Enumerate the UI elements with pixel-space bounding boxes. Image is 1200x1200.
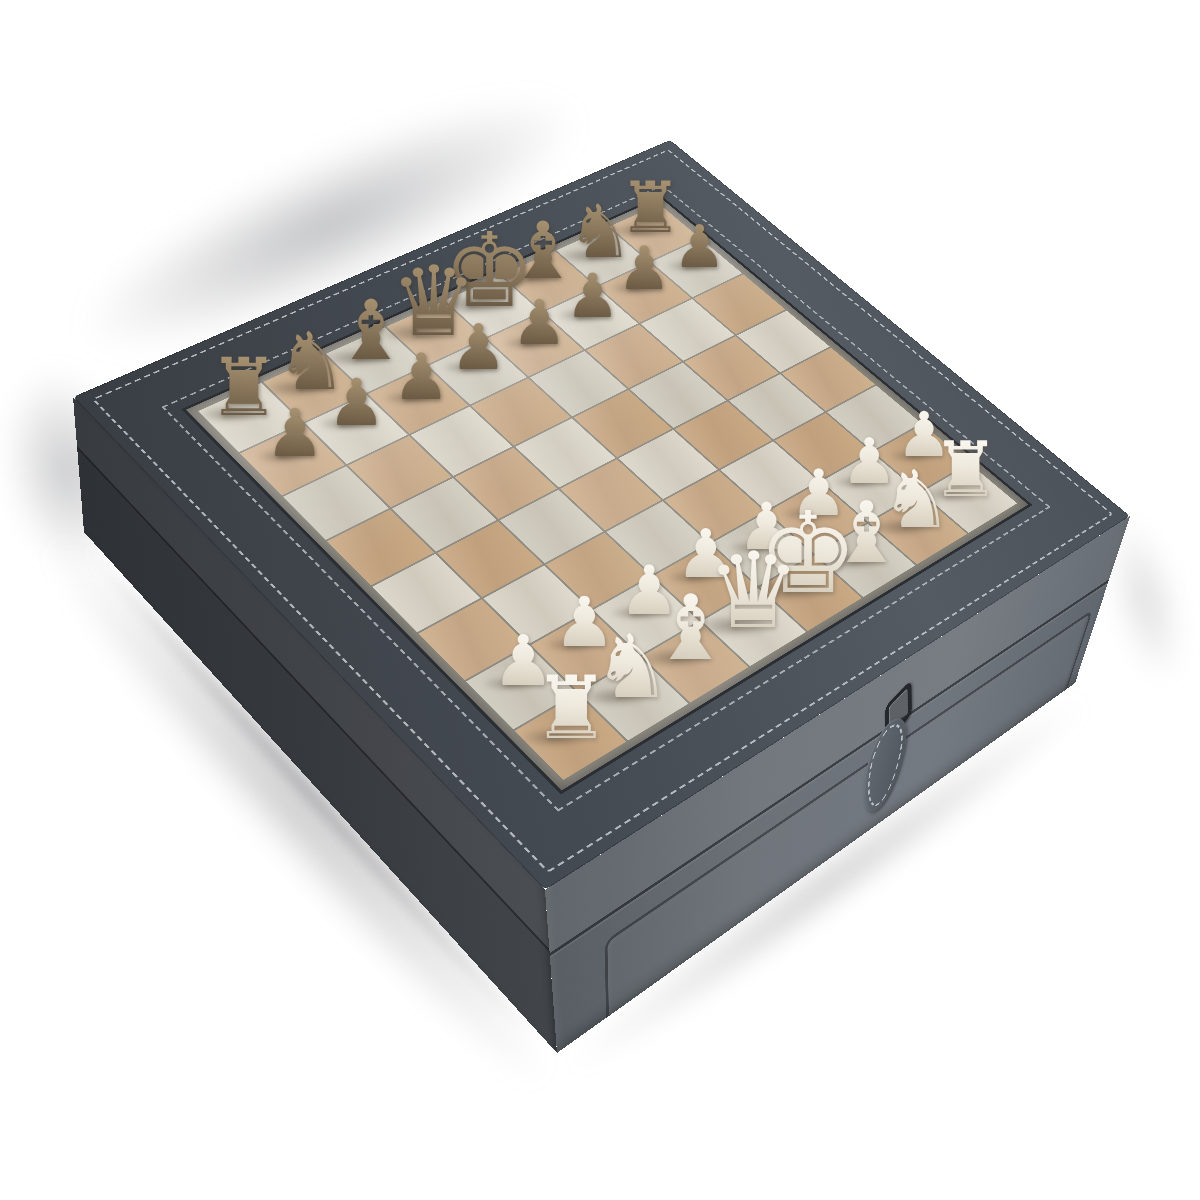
piece-brown-pawn-c7[interactable]: ♟: [393, 345, 450, 409]
chess-box-scene: ♜♞♝♛♚♝♞♜♟♟♟♟♟♟♟♟♟♟♟♟♟♟♟♟♜♞♝♛♚♝♞♜: [0, 0, 1200, 1200]
piece-brown-pawn-h7[interactable]: ♟: [673, 217, 726, 276]
piece-brown-pawn-b7[interactable]: ♟: [327, 370, 385, 435]
piece-brown-pawn-e7[interactable]: ♟: [511, 292, 567, 354]
piece-layer: ♜♞♝♛♚♝♞♜♟♟♟♟♟♟♟♟♟♟♟♟♟♟♟♟♜♞♝♛♚♝♞♜: [0, 0, 1200, 1200]
piece-brown-pawn-f7[interactable]: ♟: [565, 265, 620, 326]
piece-white-rook-a1[interactable]: ♜: [532, 665, 610, 752]
piece-brown-pawn-g7[interactable]: ♟: [617, 238, 671, 298]
piece-brown-pawn-a7[interactable]: ♟: [265, 401, 324, 467]
piece-brown-pawn-d7[interactable]: ♟: [450, 315, 506, 378]
